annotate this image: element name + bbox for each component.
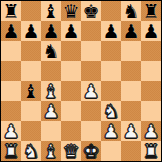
square-b3[interactable]	[21, 101, 41, 121]
square-d6[interactable]	[61, 41, 81, 61]
square-c1[interactable]: ♝	[41, 141, 61, 161]
piece-white-bishop[interactable]: ♝	[42, 141, 59, 161]
piece-black-knight[interactable]: ♞	[42, 41, 59, 61]
piece-black-pawn[interactable]: ♟	[62, 21, 79, 41]
piece-black-pawn[interactable]: ♟	[102, 21, 119, 41]
piece-black-knight[interactable]: ♞	[122, 1, 139, 21]
square-g1[interactable]	[121, 141, 141, 161]
square-a7[interactable]: ♟	[1, 21, 21, 41]
square-h8[interactable]: ♜	[141, 1, 161, 21]
square-b6[interactable]	[21, 41, 41, 61]
square-g7[interactable]: ♟	[121, 21, 141, 41]
square-d2[interactable]	[61, 121, 81, 141]
square-b1[interactable]: ♞	[21, 141, 41, 161]
square-e1[interactable]: ♚	[81, 141, 101, 161]
piece-white-rook[interactable]: ♜	[2, 141, 19, 161]
piece-black-pawn[interactable]: ♟	[22, 21, 39, 41]
piece-white-pawn[interactable]: ♟	[2, 121, 19, 141]
square-e2[interactable]	[81, 121, 101, 141]
square-a8[interactable]: ♜	[1, 1, 21, 21]
square-a2[interactable]: ♟	[1, 121, 21, 141]
square-b7[interactable]: ♟	[21, 21, 41, 41]
square-h1[interactable]: ♜	[141, 141, 161, 161]
square-f1[interactable]	[101, 141, 121, 161]
square-d5[interactable]	[61, 61, 81, 81]
piece-black-rook[interactable]: ♜	[2, 1, 19, 21]
square-h4[interactable]	[141, 81, 161, 101]
square-f4[interactable]	[101, 81, 121, 101]
square-a5[interactable]	[1, 61, 21, 81]
square-h7[interactable]: ♟	[141, 21, 161, 41]
piece-black-pawn[interactable]: ♟	[142, 21, 159, 41]
chess-board-frame: ♜♝♛♚♞♜♟♟♟♟♟♟♟♞♝♝♟♟♞♟♟♟♟♜♞♝♛♚♜	[0, 0, 162, 162]
square-d3[interactable]	[61, 101, 81, 121]
square-d7[interactable]: ♟	[61, 21, 81, 41]
square-c3[interactable]: ♟	[41, 101, 61, 121]
square-c5[interactable]	[41, 61, 61, 81]
square-c6[interactable]: ♞	[41, 41, 61, 61]
square-e7[interactable]	[81, 21, 101, 41]
square-c8[interactable]: ♝	[41, 1, 61, 21]
square-g6[interactable]	[121, 41, 141, 61]
square-f3[interactable]: ♞	[101, 101, 121, 121]
square-c2[interactable]	[41, 121, 61, 141]
square-e5[interactable]	[81, 61, 101, 81]
square-e4[interactable]: ♟	[81, 81, 101, 101]
piece-white-queen[interactable]: ♛	[62, 141, 79, 161]
piece-black-bishop[interactable]: ♝	[42, 1, 59, 21]
square-h6[interactable]	[141, 41, 161, 61]
piece-white-pawn[interactable]: ♟	[102, 121, 119, 141]
square-a4[interactable]	[1, 81, 21, 101]
square-b4[interactable]: ♝	[21, 81, 41, 101]
square-f5[interactable]	[101, 61, 121, 81]
piece-white-bishop[interactable]: ♝	[42, 81, 59, 101]
square-f7[interactable]: ♟	[101, 21, 121, 41]
piece-white-pawn[interactable]: ♟	[142, 121, 159, 141]
square-f2[interactable]: ♟	[101, 121, 121, 141]
square-h5[interactable]	[141, 61, 161, 81]
square-h3[interactable]	[141, 101, 161, 121]
square-c7[interactable]: ♟	[41, 21, 61, 41]
square-b5[interactable]	[21, 61, 41, 81]
square-d4[interactable]	[61, 81, 81, 101]
square-f6[interactable]	[101, 41, 121, 61]
square-g5[interactable]	[121, 61, 141, 81]
piece-black-queen[interactable]: ♛	[62, 1, 79, 21]
piece-white-pawn[interactable]: ♟	[82, 81, 99, 101]
piece-white-rook[interactable]: ♜	[142, 141, 159, 161]
piece-black-pawn[interactable]: ♟	[122, 21, 139, 41]
square-d1[interactable]: ♛	[61, 141, 81, 161]
square-a6[interactable]	[1, 41, 21, 61]
chess-board: ♜♝♛♚♞♜♟♟♟♟♟♟♟♞♝♝♟♟♞♟♟♟♟♜♞♝♛♚♜	[1, 1, 161, 161]
square-g3[interactable]	[121, 101, 141, 121]
square-e8[interactable]: ♚	[81, 1, 101, 21]
piece-black-king[interactable]: ♚	[82, 1, 99, 21]
square-b2[interactable]	[21, 121, 41, 141]
square-g4[interactable]	[121, 81, 141, 101]
square-e6[interactable]	[81, 41, 101, 61]
square-f8[interactable]	[101, 1, 121, 21]
square-a3[interactable]	[1, 101, 21, 121]
square-g2[interactable]: ♟	[121, 121, 141, 141]
piece-black-pawn[interactable]: ♟	[2, 21, 19, 41]
piece-black-pawn[interactable]: ♟	[42, 21, 59, 41]
square-h2[interactable]: ♟	[141, 121, 161, 141]
piece-white-knight[interactable]: ♞	[22, 141, 39, 161]
square-e3[interactable]	[81, 101, 101, 121]
piece-white-knight[interactable]: ♞	[102, 101, 119, 121]
piece-white-pawn[interactable]: ♟	[42, 101, 59, 121]
piece-black-bishop[interactable]: ♝	[22, 81, 39, 101]
piece-black-rook[interactable]: ♜	[142, 1, 159, 21]
piece-white-king[interactable]: ♚	[82, 141, 99, 161]
square-c4[interactable]: ♝	[41, 81, 61, 101]
square-a1[interactable]: ♜	[1, 141, 21, 161]
square-g8[interactable]: ♞	[121, 1, 141, 21]
piece-white-pawn[interactable]: ♟	[122, 121, 139, 141]
square-b8[interactable]	[21, 1, 41, 21]
square-d8[interactable]: ♛	[61, 1, 81, 21]
